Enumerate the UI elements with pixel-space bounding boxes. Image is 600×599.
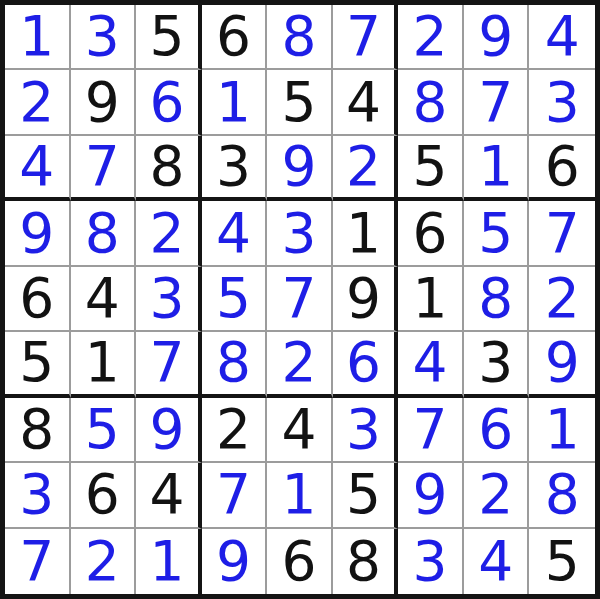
sudoku-cell-r8c8[interactable]: 2 bbox=[464, 463, 530, 528]
filled-digit: 2 bbox=[545, 271, 580, 326]
filled-digit: 9 bbox=[413, 467, 448, 522]
sudoku-cell-r3c9[interactable]: 6 bbox=[529, 136, 595, 201]
filled-digit: 7 bbox=[478, 75, 513, 130]
filled-digit: 8 bbox=[413, 75, 448, 130]
filled-digit: 2 bbox=[281, 335, 316, 390]
filled-digit: 7 bbox=[149, 335, 184, 390]
filled-digit: 2 bbox=[85, 534, 120, 589]
sudoku-cell-r2c9[interactable]: 3 bbox=[529, 70, 595, 135]
given-digit: 4 bbox=[346, 75, 381, 130]
sudoku-cell-r8c5[interactable]: 1 bbox=[267, 463, 333, 528]
sudoku-cell-r9c5[interactable]: 6 bbox=[267, 529, 333, 594]
sudoku-cell-r5c6[interactable]: 9 bbox=[333, 267, 399, 332]
sudoku-cell-r7c8[interactable]: 6 bbox=[464, 398, 530, 463]
sudoku-cell-r4c5[interactable]: 3 bbox=[267, 201, 333, 266]
sudoku-cell-r4c9[interactable]: 7 bbox=[529, 201, 595, 266]
filled-digit: 8 bbox=[478, 271, 513, 326]
sudoku-cell-r7c3[interactable]: 9 bbox=[136, 398, 202, 463]
sudoku-cell-r8c7[interactable]: 9 bbox=[398, 463, 464, 528]
given-digit: 6 bbox=[545, 139, 580, 194]
filled-digit: 9 bbox=[216, 534, 251, 589]
sudoku-cell-r2c8[interactable]: 7 bbox=[464, 70, 530, 135]
sudoku-cell-r6c2[interactable]: 1 bbox=[71, 332, 137, 397]
filled-digit: 2 bbox=[478, 467, 513, 522]
sudoku-cell-r8c9[interactable]: 8 bbox=[529, 463, 595, 528]
given-digit: 5 bbox=[149, 9, 184, 64]
sudoku-cell-r3c4[interactable]: 3 bbox=[202, 136, 268, 201]
sudoku-cell-r5c4[interactable]: 5 bbox=[202, 267, 268, 332]
filled-digit: 4 bbox=[216, 206, 251, 261]
sudoku-board: 1356872942961548734783925169824316576435… bbox=[0, 0, 600, 599]
sudoku-cell-r3c5[interactable]: 9 bbox=[267, 136, 333, 201]
filled-digit: 7 bbox=[19, 534, 54, 589]
filled-digit: 5 bbox=[85, 402, 120, 457]
sudoku-cell-r6c5[interactable]: 2 bbox=[267, 332, 333, 397]
sudoku-cell-r5c5[interactable]: 7 bbox=[267, 267, 333, 332]
filled-digit: 5 bbox=[216, 271, 251, 326]
sudoku-cell-r8c1[interactable]: 3 bbox=[5, 463, 71, 528]
given-digit: 1 bbox=[85, 335, 120, 390]
sudoku-cell-r7c6[interactable]: 3 bbox=[333, 398, 399, 463]
sudoku-cell-r9c1[interactable]: 7 bbox=[5, 529, 71, 594]
given-digit: 5 bbox=[346, 467, 381, 522]
filled-digit: 1 bbox=[478, 139, 513, 194]
sudoku-cell-r7c9[interactable]: 1 bbox=[529, 398, 595, 463]
sudoku-cell-r9c2[interactable]: 2 bbox=[71, 529, 137, 594]
sudoku-cell-r1c7[interactable]: 2 bbox=[398, 5, 464, 70]
sudoku-cell-r9c4[interactable]: 9 bbox=[202, 529, 268, 594]
filled-digit: 7 bbox=[85, 139, 120, 194]
sudoku-cell-r6c9[interactable]: 9 bbox=[529, 332, 595, 397]
filled-digit: 9 bbox=[281, 139, 316, 194]
sudoku-cell-r2c7[interactable]: 8 bbox=[398, 70, 464, 135]
sudoku-cell-r7c7[interactable]: 7 bbox=[398, 398, 464, 463]
given-digit: 9 bbox=[85, 75, 120, 130]
sudoku-cell-r6c8[interactable]: 3 bbox=[464, 332, 530, 397]
given-digit: 9 bbox=[346, 271, 381, 326]
given-digit: 5 bbox=[19, 335, 54, 390]
filled-digit: 9 bbox=[149, 402, 184, 457]
sudoku-cell-r7c4[interactable]: 2 bbox=[202, 398, 268, 463]
sudoku-cell-r2c2[interactable]: 9 bbox=[71, 70, 137, 135]
sudoku-cell-r5c3[interactable]: 3 bbox=[136, 267, 202, 332]
filled-digit: 1 bbox=[19, 9, 54, 64]
sudoku-cell-r4c2[interactable]: 8 bbox=[71, 201, 137, 266]
filled-digit: 7 bbox=[545, 206, 580, 261]
given-digit: 3 bbox=[216, 139, 251, 194]
given-digit: 8 bbox=[149, 139, 184, 194]
filled-digit: 8 bbox=[281, 9, 316, 64]
filled-digit: 1 bbox=[545, 402, 580, 457]
sudoku-cell-r4c6[interactable]: 1 bbox=[333, 201, 399, 266]
filled-digit: 3 bbox=[545, 75, 580, 130]
sudoku-cell-r3c2[interactable]: 7 bbox=[71, 136, 137, 201]
given-digit: 5 bbox=[281, 75, 316, 130]
filled-digit: 3 bbox=[85, 9, 120, 64]
filled-digit: 9 bbox=[19, 206, 54, 261]
sudoku-cell-r3c8[interactable]: 1 bbox=[464, 136, 530, 201]
filled-digit: 4 bbox=[478, 534, 513, 589]
sudoku-cell-r9c6[interactable]: 8 bbox=[333, 529, 399, 594]
given-digit: 2 bbox=[216, 402, 251, 457]
filled-digit: 9 bbox=[478, 9, 513, 64]
filled-digit: 3 bbox=[346, 402, 381, 457]
sudoku-cell-r1c9[interactable]: 4 bbox=[529, 5, 595, 70]
filled-digit: 3 bbox=[281, 206, 316, 261]
sudoku-cell-r7c5[interactable]: 4 bbox=[267, 398, 333, 463]
given-digit: 4 bbox=[149, 467, 184, 522]
sudoku-cell-r9c3[interactable]: 1 bbox=[136, 529, 202, 594]
sudoku-cell-r6c6[interactable]: 6 bbox=[333, 332, 399, 397]
sudoku-cell-r2c1[interactable]: 2 bbox=[5, 70, 71, 135]
filled-digit: 6 bbox=[346, 335, 381, 390]
sudoku-cell-r1c5[interactable]: 8 bbox=[267, 5, 333, 70]
sudoku-cell-r2c4[interactable]: 1 bbox=[202, 70, 268, 135]
filled-digit: 2 bbox=[19, 75, 54, 130]
sudoku-cell-r1c1[interactable]: 1 bbox=[5, 5, 71, 70]
sudoku-cell-r4c8[interactable]: 5 bbox=[464, 201, 530, 266]
given-digit: 6 bbox=[413, 206, 448, 261]
sudoku-cell-r2c3[interactable]: 6 bbox=[136, 70, 202, 135]
given-digit: 4 bbox=[281, 402, 316, 457]
sudoku-cell-r5c8[interactable]: 8 bbox=[464, 267, 530, 332]
sudoku-cell-r2c6[interactable]: 4 bbox=[333, 70, 399, 135]
filled-digit: 3 bbox=[19, 467, 54, 522]
sudoku-cell-r5c2[interactable]: 4 bbox=[71, 267, 137, 332]
filled-digit: 6 bbox=[149, 75, 184, 130]
filled-digit: 8 bbox=[85, 206, 120, 261]
filled-digit: 7 bbox=[346, 9, 381, 64]
sudoku-cell-r4c3[interactable]: 2 bbox=[136, 201, 202, 266]
sudoku-cell-r2c5[interactable]: 5 bbox=[267, 70, 333, 135]
filled-digit: 7 bbox=[413, 402, 448, 457]
sudoku-cell-r3c6[interactable]: 2 bbox=[333, 136, 399, 201]
filled-digit: 3 bbox=[149, 271, 184, 326]
sudoku-cell-r7c2[interactable]: 5 bbox=[71, 398, 137, 463]
filled-digit: 2 bbox=[346, 139, 381, 194]
filled-digit: 4 bbox=[19, 139, 54, 194]
sudoku-grid: 1356872942961548734783925169824316576435… bbox=[5, 5, 595, 594]
filled-digit: 7 bbox=[216, 467, 251, 522]
filled-digit: 1 bbox=[216, 75, 251, 130]
sudoku-cell-r5c1[interactable]: 6 bbox=[5, 267, 71, 332]
sudoku-cell-r6c1[interactable]: 5 bbox=[5, 332, 71, 397]
sudoku-cell-r9c9[interactable]: 5 bbox=[529, 529, 595, 594]
given-digit: 8 bbox=[19, 402, 54, 457]
filled-digit: 3 bbox=[413, 534, 448, 589]
filled-digit: 2 bbox=[413, 9, 448, 64]
filled-digit: 6 bbox=[478, 402, 513, 457]
sudoku-cell-r6c4[interactable]: 8 bbox=[202, 332, 268, 397]
sudoku-cell-r8c4[interactable]: 7 bbox=[202, 463, 268, 528]
sudoku-cell-r8c3[interactable]: 4 bbox=[136, 463, 202, 528]
given-digit: 6 bbox=[281, 534, 316, 589]
filled-digit: 4 bbox=[545, 9, 580, 64]
given-digit: 3 bbox=[478, 335, 513, 390]
sudoku-cell-r5c9[interactable]: 2 bbox=[529, 267, 595, 332]
given-digit: 1 bbox=[413, 271, 448, 326]
sudoku-cell-r4c4[interactable]: 4 bbox=[202, 201, 268, 266]
sudoku-cell-r1c3[interactable]: 5 bbox=[136, 5, 202, 70]
filled-digit: 5 bbox=[478, 206, 513, 261]
given-digit: 1 bbox=[346, 206, 381, 261]
sudoku-cell-r7c1[interactable]: 8 bbox=[5, 398, 71, 463]
sudoku-cell-r4c1[interactable]: 9 bbox=[5, 201, 71, 266]
sudoku-cell-r3c1[interactable]: 4 bbox=[5, 136, 71, 201]
sudoku-cell-r6c3[interactable]: 7 bbox=[136, 332, 202, 397]
filled-digit: 8 bbox=[545, 467, 580, 522]
given-digit: 8 bbox=[346, 534, 381, 589]
given-digit: 5 bbox=[545, 534, 580, 589]
filled-digit: 7 bbox=[281, 271, 316, 326]
sudoku-cell-r5c7[interactable]: 1 bbox=[398, 267, 464, 332]
given-digit: 6 bbox=[216, 9, 251, 64]
sudoku-cell-r9c7[interactable]: 3 bbox=[398, 529, 464, 594]
sudoku-cell-r1c2[interactable]: 3 bbox=[71, 5, 137, 70]
filled-digit: 9 bbox=[545, 335, 580, 390]
filled-digit: 2 bbox=[149, 206, 184, 261]
sudoku-cell-r4c7[interactable]: 6 bbox=[398, 201, 464, 266]
given-digit: 6 bbox=[19, 271, 54, 326]
given-digit: 4 bbox=[85, 271, 120, 326]
sudoku-cell-r9c8[interactable]: 4 bbox=[464, 529, 530, 594]
given-digit: 6 bbox=[85, 467, 120, 522]
sudoku-cell-r3c3[interactable]: 8 bbox=[136, 136, 202, 201]
given-digit: 5 bbox=[413, 139, 448, 194]
sudoku-cell-r1c8[interactable]: 9 bbox=[464, 5, 530, 70]
filled-digit: 4 bbox=[413, 335, 448, 390]
sudoku-cell-r8c2[interactable]: 6 bbox=[71, 463, 137, 528]
filled-digit: 1 bbox=[149, 534, 184, 589]
filled-digit: 1 bbox=[281, 467, 316, 522]
sudoku-cell-r1c4[interactable]: 6 bbox=[202, 5, 268, 70]
filled-digit: 8 bbox=[216, 335, 251, 390]
sudoku-cell-r8c6[interactable]: 5 bbox=[333, 463, 399, 528]
sudoku-cell-r6c7[interactable]: 4 bbox=[398, 332, 464, 397]
sudoku-cell-r3c7[interactable]: 5 bbox=[398, 136, 464, 201]
sudoku-cell-r1c6[interactable]: 7 bbox=[333, 5, 399, 70]
